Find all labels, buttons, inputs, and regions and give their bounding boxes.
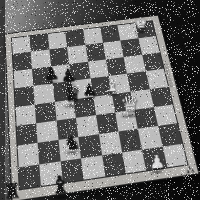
pawn-glyph: ♟ (43, 64, 60, 82)
pawn-glyph: ♟ (81, 81, 97, 98)
piece-black-bishop[interactable]: ♝ (48, 172, 72, 198)
pieces-layer: ♚♟♟♛♟♝♛♞♟♝♜ (0, 0, 200, 200)
bishop-glyph: ♝ (48, 172, 72, 198)
piece-white-pawn[interactable]: ♟ (148, 152, 166, 171)
chess-photo-scene: Cracovia ▲ ▲ ▲ ♚♟♟♛♟♝♛♞♟♝♜ (0, 0, 200, 200)
pawn-glyph: ♟ (148, 152, 166, 171)
queen-glyph: ♛ (62, 83, 83, 106)
bishop-glyph: ♝ (104, 76, 121, 94)
queen-glyph: ♛ (120, 93, 141, 116)
piece-black-queen[interactable]: ♛ (62, 83, 83, 106)
piece-black-rook[interactable]: ♜ (2, 180, 23, 200)
piece-white-king[interactable]: ♚ (134, 15, 149, 31)
knight-glyph: ♞ (63, 132, 82, 152)
piece-white-queen[interactable]: ♛ (120, 93, 141, 116)
piece-black-pawn[interactable]: ♟ (43, 64, 60, 82)
piece-black-knight[interactable]: ♞ (63, 132, 82, 152)
piece-white-bishop[interactable]: ♝ (104, 76, 121, 94)
king-glyph: ♚ (134, 15, 149, 31)
rook-glyph: ♜ (2, 180, 23, 200)
piece-black-pawn[interactable]: ♟ (81, 81, 97, 98)
